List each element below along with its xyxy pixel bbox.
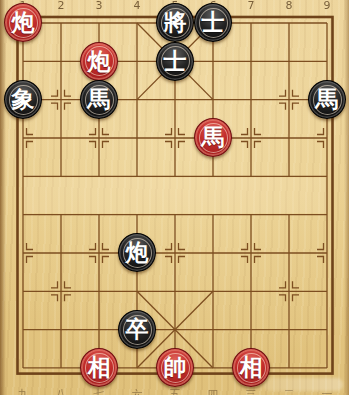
board-point[interactable] <box>4 234 42 272</box>
board-point[interactable] <box>80 310 118 348</box>
red-elephant-piece[interactable]: 相 <box>80 348 118 387</box>
board-point[interactable] <box>270 80 308 118</box>
black-horse-piece[interactable]: 馬 <box>80 80 118 119</box>
piece-glyph: 帥 <box>164 356 187 379</box>
board-point[interactable] <box>270 4 308 42</box>
red-cannon-piece[interactable]: 炮 <box>80 42 118 81</box>
board-point[interactable] <box>270 234 308 272</box>
board-point[interactable] <box>232 272 270 310</box>
board-point[interactable] <box>42 42 80 80</box>
board-point[interactable] <box>308 272 346 310</box>
board-point[interactable]: 相 <box>80 349 118 387</box>
board-point[interactable] <box>118 349 156 387</box>
board-point[interactable] <box>232 234 270 272</box>
board-point[interactable] <box>308 119 346 157</box>
piece-glyph: 士 <box>164 50 187 73</box>
board-point[interactable]: 士 <box>156 42 194 80</box>
board-point[interactable] <box>232 119 270 157</box>
board-point[interactable] <box>194 234 232 272</box>
board-point[interactable]: 馬 <box>308 80 346 118</box>
board-point[interactable] <box>308 157 346 195</box>
board-point[interactable] <box>42 195 80 233</box>
board-intersections: 炮將士炮士象馬馬馬炮卒相帥相 <box>4 4 346 387</box>
board-point[interactable] <box>42 234 80 272</box>
board-point[interactable] <box>118 272 156 310</box>
board-point[interactable] <box>118 119 156 157</box>
board-point[interactable] <box>156 310 194 348</box>
board-point[interactable]: 炮 <box>80 42 118 80</box>
watermark <box>263 378 343 391</box>
board-point[interactable] <box>4 119 42 157</box>
file-label-bottom: 八 <box>56 387 67 395</box>
board-point[interactable] <box>118 157 156 195</box>
board-point[interactable] <box>308 4 346 42</box>
board-point[interactable] <box>270 157 308 195</box>
board-point[interactable] <box>4 42 42 80</box>
board-point[interactable] <box>118 42 156 80</box>
board-point[interactable] <box>194 157 232 195</box>
board-point[interactable] <box>80 234 118 272</box>
board-point[interactable] <box>42 349 80 387</box>
board-point[interactable] <box>232 42 270 80</box>
board-point[interactable]: 帥 <box>156 349 194 387</box>
black-advisor-piece[interactable]: 士 <box>194 3 232 42</box>
board-point[interactable] <box>4 195 42 233</box>
red-general-piece[interactable]: 帥 <box>156 348 194 387</box>
board-point[interactable]: 將 <box>156 4 194 42</box>
board-point[interactable] <box>42 80 80 118</box>
board-point[interactable]: 象 <box>4 80 42 118</box>
board-point[interactable] <box>232 310 270 348</box>
piece-glyph: 相 <box>88 356 111 379</box>
board-point[interactable] <box>42 4 80 42</box>
board-point[interactable] <box>308 42 346 80</box>
board-point[interactable] <box>232 80 270 118</box>
board-point[interactable] <box>194 272 232 310</box>
board-point[interactable] <box>80 4 118 42</box>
board-point[interactable]: 馬 <box>194 119 232 157</box>
red-horse-piece[interactable]: 馬 <box>194 118 232 157</box>
board-point[interactable]: 士 <box>194 4 232 42</box>
board-point[interactable] <box>156 119 194 157</box>
piece-glyph: 象 <box>12 88 35 111</box>
xiangqi-board: 123456789 九八七六五四三二一 炮將士炮士象馬馬馬炮卒相帥相 <box>0 0 349 395</box>
file-label-bottom: 七 <box>94 387 105 395</box>
black-horse-piece[interactable]: 馬 <box>308 80 346 119</box>
board-point[interactable] <box>42 157 80 195</box>
board-point[interactable] <box>156 195 194 233</box>
board-point[interactable] <box>194 310 232 348</box>
file-label-bottom: 六 <box>132 387 143 395</box>
board-point[interactable] <box>156 80 194 118</box>
board-point[interactable] <box>194 349 232 387</box>
board-point[interactable]: 炮 <box>118 234 156 272</box>
board-point[interactable] <box>308 195 346 233</box>
board-point[interactable] <box>270 119 308 157</box>
piece-glyph: 馬 <box>316 88 339 111</box>
board-point[interactable]: 卒 <box>118 310 156 348</box>
board-point[interactable] <box>42 119 80 157</box>
black-advisor-piece[interactable]: 士 <box>156 42 194 81</box>
file-label-bottom: 四 <box>208 387 219 395</box>
board-point[interactable] <box>42 272 80 310</box>
black-soldier-piece[interactable]: 卒 <box>118 310 156 349</box>
board-point[interactable] <box>308 310 346 348</box>
board-point[interactable] <box>80 272 118 310</box>
board-point[interactable] <box>232 157 270 195</box>
board-point[interactable] <box>4 349 42 387</box>
board-point[interactable] <box>194 42 232 80</box>
file-label-bottom: 五 <box>170 387 181 395</box>
piece-glyph: 炮 <box>126 241 149 264</box>
board-point[interactable]: 炮 <box>4 4 42 42</box>
board-point[interactable] <box>80 195 118 233</box>
board-point[interactable] <box>156 272 194 310</box>
board-point[interactable] <box>118 80 156 118</box>
piece-glyph: 士 <box>202 11 225 34</box>
piece-glyph: 炮 <box>88 50 111 73</box>
piece-glyph: 馬 <box>88 88 111 111</box>
board-point[interactable] <box>270 310 308 348</box>
board-point[interactable] <box>80 157 118 195</box>
board-point[interactable] <box>194 80 232 118</box>
board-point[interactable] <box>118 195 156 233</box>
board-point[interactable] <box>270 272 308 310</box>
board-point[interactable] <box>118 4 156 42</box>
red-cannon-piece[interactable]: 炮 <box>4 3 42 42</box>
board-point[interactable] <box>232 195 270 233</box>
board-point[interactable]: 馬 <box>80 80 118 118</box>
piece-glyph: 炮 <box>12 11 35 34</box>
file-label-bottom: 九 <box>18 387 29 395</box>
piece-glyph: 卒 <box>126 318 149 341</box>
board-point[interactable] <box>4 310 42 348</box>
board-point[interactable] <box>232 4 270 42</box>
board-point[interactable]: 相 <box>232 349 270 387</box>
file-label-bottom: 三 <box>246 387 257 395</box>
board-point[interactable] <box>42 310 80 348</box>
piece-glyph: 將 <box>164 11 187 34</box>
black-cannon-piece[interactable]: 炮 <box>118 233 156 272</box>
board-point[interactable] <box>194 195 232 233</box>
piece-glyph: 相 <box>240 356 263 379</box>
board-point[interactable] <box>80 119 118 157</box>
board-point[interactable] <box>156 234 194 272</box>
board-point[interactable] <box>4 157 42 195</box>
piece-glyph: 馬 <box>202 126 225 149</box>
black-general-piece[interactable]: 將 <box>156 3 194 42</box>
board-point[interactable] <box>270 42 308 80</box>
board-point[interactable] <box>308 234 346 272</box>
black-elephant-piece[interactable]: 象 <box>4 80 42 119</box>
board-point[interactable] <box>4 272 42 310</box>
board-point[interactable] <box>270 195 308 233</box>
board-point[interactable] <box>156 157 194 195</box>
